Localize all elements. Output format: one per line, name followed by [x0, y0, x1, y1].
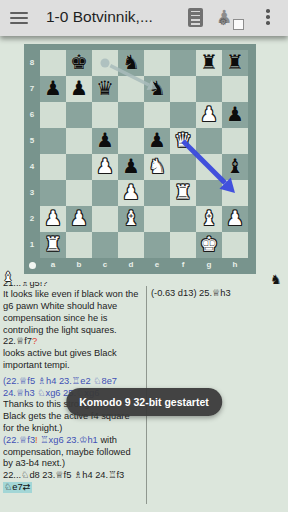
- annotation-line-0[interactable]: 21...♗g5!?: [3, 282, 145, 289]
- move-text[interactable]: looks active but gives Black: [3, 348, 117, 358]
- move-text[interactable]: compensation since he is: [3, 313, 107, 323]
- move-text[interactable]: with: [98, 435, 117, 445]
- rank-labels: 87654321: [24, 50, 40, 258]
- rank-label-2: 2: [24, 206, 40, 232]
- move-text[interactable]: compensation, maybe followed: [3, 447, 131, 457]
- annotation-line-13[interactable]: (22.♕f3! ♖xg6 23.♔h1 with: [3, 435, 145, 447]
- current-move[interactable]: ♘e7⇄: [3, 482, 32, 493]
- rank-label-6: 6: [24, 102, 40, 128]
- move-text[interactable]: controling the light squares.: [3, 325, 117, 335]
- board-square-icon: [233, 19, 244, 30]
- annotation-line-5[interactable]: 22.♕f7?: [3, 336, 145, 348]
- annotation-line-12[interactable]: for the knight.): [3, 423, 145, 435]
- annotation-line-7[interactable]: important tempi.: [3, 360, 145, 372]
- move-text[interactable]: by a3-b4 next.): [3, 458, 65, 468]
- engine-eval-line: (-0.63 d13) 25.♕h3: [151, 287, 231, 298]
- material-black-extra-knight-icon: ♞: [270, 273, 282, 287]
- file-label-h: h: [222, 258, 248, 274]
- file-label-e: e: [144, 258, 170, 274]
- annotation-line-4[interactable]: controling the light squares.: [3, 325, 145, 337]
- side-to-move-indicator: [29, 262, 36, 269]
- rank-label-8: 8: [24, 50, 40, 76]
- move-arrows-overlay: [40, 50, 248, 258]
- move-text[interactable]: 21...♗g5!?: [3, 282, 48, 288]
- chess-analysis-app: 1-0 Botvinnik,... ♟ ⚙ 87654321 ♚♞♜♜♟♟♛♞♟…: [0, 0, 288, 512]
- file-label-b: b: [66, 258, 92, 274]
- move-text[interactable]: (22.♕f5 ♗h4 23.♖e2 ♘8e7: [3, 376, 117, 386]
- rank-label-7: 7: [24, 76, 40, 102]
- annotation-line-17[interactable]: ♘e7⇄: [3, 482, 145, 494]
- annotation-line-16[interactable]: 22...♘d8 23.♕f5 ♗h4 24.♖f3: [3, 470, 145, 482]
- annotation-line-6[interactable]: looks active but gives Black: [3, 348, 145, 360]
- annotation-line-2[interactable]: g6 pawn White should have: [3, 301, 145, 313]
- move-text[interactable]: It looks like even if black won the: [3, 289, 138, 299]
- file-label-d: d: [118, 258, 144, 274]
- top-app-bar: 1-0 Botvinnik,... ♟ ⚙: [0, 0, 288, 36]
- game-title: 1-0 Botvinnik,...: [46, 8, 153, 26]
- rank-label-3: 3: [24, 180, 40, 206]
- move-text[interactable]: 22.♕f7: [3, 336, 32, 346]
- file-label-a: a: [40, 258, 66, 274]
- file-labels: abcdefgh: [40, 258, 248, 274]
- rank-label-1: 1: [24, 232, 40, 258]
- annotation-list-icon[interactable]: [188, 8, 203, 27]
- annotation-line-1[interactable]: It looks like even if black won the: [3, 289, 145, 301]
- file-label-g: g: [196, 258, 222, 274]
- annotation-line-8[interactable]: (22.♕f5 ♗h4 23.♖e2 ♘8e7: [3, 376, 145, 388]
- move-text[interactable]: important tempi.: [3, 360, 70, 370]
- rank-label-5: 5: [24, 128, 40, 154]
- menu-icon[interactable]: [10, 12, 28, 24]
- chess-board[interactable]: 87654321 ♚♞♜♜♟♟♛♞♟♟♟♟♛♟♟♞♝♟♜♟♟♝♝♟♜♚ abcd…: [24, 44, 256, 274]
- file-label-f: f: [170, 258, 196, 274]
- annotation-line-3[interactable]: compensation since he is: [3, 313, 145, 325]
- file-label-c: c: [92, 258, 118, 274]
- move-text[interactable]: ?: [32, 336, 37, 346]
- engine-started-toast: Komodo 9 32-bit gestartet: [66, 388, 222, 416]
- move-text[interactable]: g6 pawn White should have: [3, 301, 117, 311]
- move-text[interactable]: (22.♕f3: [3, 435, 35, 445]
- move-text[interactable]: for the knight.): [3, 423, 62, 433]
- setup-engine-icon[interactable]: ♟ ⚙: [216, 6, 246, 32]
- annotation-line-15[interactable]: by a3-b4 next.): [3, 458, 145, 470]
- rank-label-4: 4: [24, 154, 40, 180]
- annotation-line-14[interactable]: compensation, maybe followed: [3, 447, 145, 459]
- gear-icon: ⚙: [219, 16, 228, 27]
- move-text[interactable]: 22...♘d8 23.♕f5 ♗h4 24.♖f3: [3, 470, 124, 480]
- move-text[interactable]: ♖xg6 23.♔h1: [38, 435, 98, 445]
- overflow-menu-icon[interactable]: [266, 9, 270, 28]
